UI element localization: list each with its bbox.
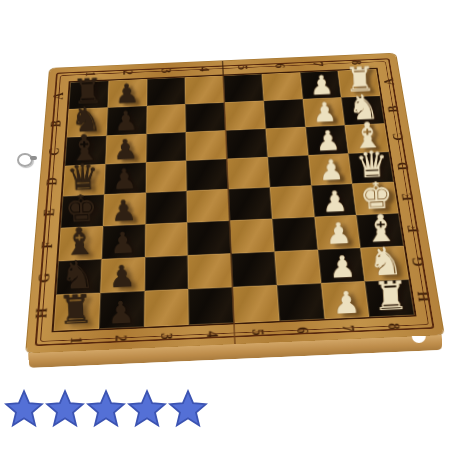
square-H2: ♟	[99, 291, 145, 329]
square-B5	[224, 101, 265, 130]
black-pawn: ♟	[104, 135, 146, 164]
square-G2: ♟	[100, 257, 145, 293]
white-pawn: ♟	[313, 186, 356, 216]
square-E4	[187, 189, 230, 222]
square-H7: ♟	[321, 282, 370, 320]
square-B4	[185, 102, 225, 132]
rank-label-bottom-5: 5	[234, 321, 281, 344]
square-A3	[146, 77, 185, 105]
square-D2: ♟	[104, 163, 146, 195]
rank-label-bottom-2: 2	[98, 327, 144, 350]
square-G7: ♟	[317, 248, 365, 284]
square-E5	[228, 187, 272, 220]
square-B3	[146, 104, 186, 134]
square-D4	[186, 159, 228, 191]
square-H3	[144, 289, 189, 327]
square-C5	[226, 128, 268, 159]
square-A2: ♟	[108, 79, 147, 107]
rank-label-bottom-6: 6	[279, 319, 326, 342]
black-pawn: ♟	[98, 296, 144, 328]
square-D5	[227, 157, 270, 189]
rank-label-bottom-7: 7	[324, 317, 372, 340]
white-pawn: ♟	[301, 71, 341, 99]
square-C2: ♟	[105, 134, 146, 165]
metal-clasp-icon	[17, 150, 37, 166]
chess-board: 12345678A♜♟♟♜AB♞♟♟♞BC♝♟♟♝CD♛♟♟♛DE♚♟♟♚EF♝…	[26, 53, 444, 353]
square-F4	[187, 220, 231, 255]
star-icon[interactable]	[4, 389, 44, 429]
square-E7: ♟	[311, 184, 356, 217]
square-B6	[263, 99, 305, 128]
rank-label-top-5: 5	[223, 59, 262, 75]
square-F2: ♟	[102, 224, 146, 259]
square-E3	[145, 191, 187, 224]
square-B7: ♟	[302, 97, 345, 126]
rank-label-bottom-1: 1	[52, 329, 99, 352]
square-C4	[186, 130, 227, 161]
black-pawn: ♟	[107, 79, 147, 107]
square-H8: ♜	[365, 280, 415, 317]
rank-label-top-4: 4	[185, 61, 223, 77]
white-pawn: ♟	[323, 286, 369, 318]
black-pawn: ♟	[103, 165, 146, 195]
rating-stars	[4, 389, 208, 429]
black-pawn: ♟	[105, 107, 146, 136]
black-pawn: ♟	[99, 261, 144, 293]
black-pawn: ♟	[102, 195, 145, 225]
square-H6	[277, 283, 325, 321]
latch-notch	[412, 333, 426, 344]
rank-label-top-3: 3	[147, 63, 185, 79]
square-F5	[230, 219, 275, 254]
square-G4	[188, 253, 233, 289]
square-E6	[270, 185, 315, 218]
square-C3	[146, 132, 187, 163]
square-A5	[223, 74, 263, 102]
board-grid: 12345678A♜♟♟♜AB♞♟♟♞BC♝♟♟♝CD♛♟♟♛DE♚♟♟♚EF♝…	[26, 53, 444, 353]
black-rook: ♜	[52, 289, 99, 330]
rank-label-bottom-4: 4	[189, 323, 235, 346]
white-pawn: ♟	[307, 126, 349, 155]
black-pawn: ♟	[100, 228, 144, 259]
white-pawn: ♟	[319, 251, 364, 283]
square-A6	[262, 72, 303, 100]
white-pawn: ♟	[310, 156, 353, 186]
product-photo-chess-set: 12345678A♜♟♟♜AB♞♟♟♞BC♝♟♟♝CD♛♟♟♛DE♚♟♟♚EF♝…	[0, 0, 459, 449]
square-B2: ♟	[106, 106, 146, 136]
white-pawn: ♟	[316, 218, 360, 249]
square-A4	[185, 76, 224, 104]
star-icon[interactable]	[86, 389, 126, 429]
rank-label-bottom-3: 3	[144, 325, 190, 348]
square-C6	[265, 127, 308, 158]
square-G5	[231, 251, 277, 287]
square-D7: ♟	[308, 154, 352, 186]
square-A7: ♟	[300, 71, 342, 99]
white-pawn: ♟	[304, 98, 345, 127]
rank-label-bottom-8: 8	[369, 315, 417, 338]
star-icon[interactable]	[45, 389, 85, 429]
border-corner	[26, 331, 53, 353]
star-icon[interactable]	[168, 389, 208, 429]
square-H4	[188, 287, 234, 325]
square-E2: ♟	[103, 193, 146, 226]
square-F3	[145, 222, 188, 257]
square-G3	[144, 255, 188, 291]
square-H1: ♜	[54, 293, 101, 331]
square-F6	[272, 217, 318, 252]
square-D6	[267, 155, 311, 187]
square-H5	[233, 285, 280, 323]
square-C7: ♟	[305, 125, 348, 156]
white-rook: ♜	[367, 276, 414, 317]
star-icon[interactable]	[127, 389, 167, 429]
square-D3	[145, 161, 186, 193]
clasp-stem	[30, 156, 37, 160]
square-G6	[274, 249, 321, 285]
square-F7: ♟	[314, 215, 360, 249]
rank-label-top-6: 6	[260, 58, 299, 74]
